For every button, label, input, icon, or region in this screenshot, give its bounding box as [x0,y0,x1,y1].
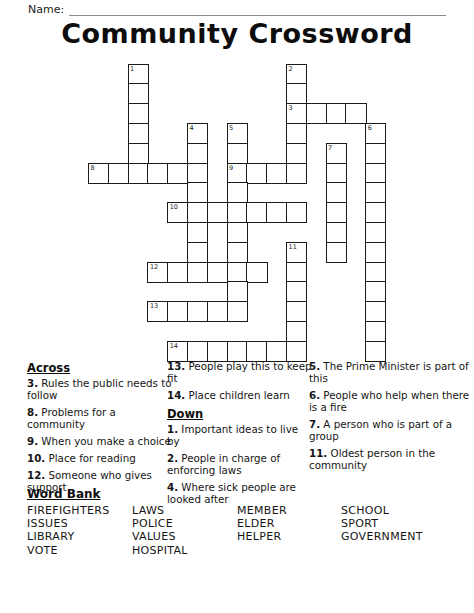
word-bank-word: ELDER [237,517,287,530]
grid-cell[interactable] [365,281,386,302]
grid-cell[interactable] [286,321,307,342]
grid-cell[interactable] [365,242,386,263]
cell-number: 3 [289,104,293,112]
clue-column: 5. The Prime Minister is part of this6. … [309,361,471,477]
clue: 2. People in charge of enforcing laws [167,453,313,477]
word-bank-word: ISSUES [27,517,109,530]
grid-cell[interactable] [227,262,248,283]
clue-number: 3. [27,377,38,389]
grid-cell[interactable]: 4 [187,123,208,144]
word-bank-word: VALUES [132,530,188,543]
clue-number: 7. [309,418,320,430]
clue: 1. Important ideas to live by [167,424,313,448]
grid-cell[interactable]: 3 [286,103,307,124]
grid-cell[interactable] [128,163,149,184]
grid-cell[interactable] [365,143,386,164]
grid-cell[interactable] [286,202,307,223]
grid-cell[interactable] [128,83,149,104]
clue-number: 5. [309,360,320,372]
grid-cell[interactable]: 5 [227,123,248,144]
grid-cell[interactable] [286,123,307,144]
grid-cell[interactable] [326,222,347,243]
grid-cell[interactable] [266,341,287,362]
grid-cell[interactable] [207,341,228,362]
word-bank-column: FIREFIGHTERSISSUESLIBRARYVOTE [27,504,109,557]
grid-cell[interactable] [187,163,208,184]
clue-number: 9. [27,435,38,447]
clue-number: 2. [167,452,178,464]
grid-cell[interactable] [167,301,188,322]
clue: 14. Place children learn [167,390,313,402]
cell-number: 14 [170,342,178,350]
grid-cell[interactable]: 13 [147,301,168,322]
grid-cell[interactable]: 11 [286,242,307,263]
clue: 13. People play this to keep fit [167,361,313,385]
cell-number: 2 [289,65,293,73]
grid-cell[interactable] [187,202,208,223]
grid-cell[interactable] [286,341,307,362]
clue-number: 13. [167,360,185,372]
grid-cell[interactable] [128,123,149,144]
grid-cell[interactable] [365,262,386,283]
grid-cell[interactable]: 10 [167,202,188,223]
word-bank-word: HOSPITAL [132,544,188,557]
clue-number: 1. [167,423,178,435]
grid-cell[interactable] [227,301,248,322]
grid-cell[interactable] [266,202,287,223]
grid-cell[interactable]: 12 [147,262,168,283]
cell-number: 9 [229,164,233,172]
clue-number: 11. [309,447,327,459]
clue: 6. People who help when there is a fire [309,390,471,414]
word-bank-word: SPORT [341,517,423,530]
clue-number: 6. [309,389,320,401]
grid-cell[interactable] [306,103,327,124]
grid-cell[interactable] [207,202,228,223]
grid-cell[interactable] [365,222,386,243]
clue: 9. When you make a choice [27,436,173,448]
grid-cell[interactable] [187,182,208,203]
grid-cell[interactable]: 7 [326,143,347,164]
worksheet-page: Name: Community Crossword 12345678910111… [0,0,474,613]
grid-cell[interactable] [246,202,267,223]
grid-cell[interactable] [365,321,386,342]
word-bank-word: VOTE [27,544,109,557]
clue-number: 10. [27,452,45,464]
word-bank-word: FIREFIGHTERS [27,504,109,517]
grid-cell[interactable] [187,143,208,164]
grid-cell[interactable] [147,163,168,184]
cell-number: 6 [368,124,372,132]
grid-cell[interactable] [108,163,129,184]
grid-cell[interactable] [326,182,347,203]
cell-number: 8 [91,164,95,172]
grid-cell[interactable] [187,341,208,362]
clue-number: 8. [27,406,38,418]
grid-cell[interactable] [187,242,208,263]
word-bank-word: HELPER [237,530,287,543]
clue: 11. Oldest person in the community [309,448,471,472]
grid-cell[interactable] [365,301,386,322]
cell-number: 10 [170,203,178,211]
word-bank-word: POLICE [132,517,188,530]
grid-cell[interactable] [187,301,208,322]
grid-cell[interactable] [246,262,267,283]
grid-cell[interactable] [326,103,347,124]
grid-cell[interactable] [365,182,386,203]
grid-cell[interactable] [227,202,248,223]
grid-cell[interactable] [167,163,188,184]
grid-cell[interactable] [286,83,307,104]
word-bank-word: LAWS [132,504,188,517]
grid-cell[interactable] [286,163,307,184]
word-bank-column: SCHOOLSPORTGOVERNMENT [341,504,423,544]
grid-cell[interactable] [187,262,208,283]
grid-cell[interactable] [227,143,248,164]
grid-cell[interactable] [128,103,149,124]
grid-cell[interactable] [227,182,248,203]
grid-cell[interactable]: 14 [167,341,188,362]
word-bank-column: MEMBERELDERHELPER [237,504,287,544]
cell-number: 13 [150,302,158,310]
grid-cell[interactable] [246,163,267,184]
grid-cell[interactable] [128,143,149,164]
word-bank-heading: Word Bank [27,487,467,501]
grid-cell[interactable] [187,222,208,243]
across-heading: Across [27,361,173,375]
cell-number: 5 [229,124,233,132]
word-bank-word: LIBRARY [27,530,109,543]
grid-cell[interactable] [326,242,347,263]
cell-number: 1 [130,65,134,73]
grid-cell[interactable] [286,301,307,322]
clue: 8. Problems for a community [27,407,173,431]
grid-cell[interactable]: 2 [286,64,307,85]
cell-number: 4 [190,124,194,132]
grid-cell[interactable] [167,262,188,283]
grid-cell[interactable] [365,341,386,362]
grid-cell[interactable] [286,281,307,302]
word-bank-word: SCHOOL [341,504,423,517]
cell-number: 7 [328,144,332,152]
grid-cell[interactable] [227,242,248,263]
grid-cell[interactable] [227,341,248,362]
word-bank-word: GOVERNMENT [341,530,423,543]
grid-cell[interactable] [345,103,366,124]
grid-cell[interactable] [326,202,347,223]
grid-cell[interactable]: 6 [365,123,386,144]
clue: 5. The Prime Minister is part of this [309,361,471,385]
grid-cell[interactable] [286,262,307,283]
clue: 7. A person who is part of a group [309,419,471,443]
grid-cell[interactable] [207,301,228,322]
grid-cell[interactable] [227,281,248,302]
grid-cell[interactable] [365,163,386,184]
grid-cell[interactable] [326,163,347,184]
clue-number: 12. [27,469,45,481]
cell-number: 12 [150,263,158,271]
grid-cell[interactable] [246,341,267,362]
clue: 10. Place for reading [27,453,173,465]
grid-cell[interactable]: 8 [88,163,109,184]
grid-cell[interactable] [286,143,307,164]
clue-column: Across3. Rules the public needs to follo… [27,361,173,499]
grid-cell[interactable] [227,222,248,243]
clue-number: 14. [167,389,185,401]
clue: 3. Rules the public needs to follow [27,378,173,402]
grid-cell[interactable] [207,262,228,283]
grid-cell[interactable] [365,202,386,223]
word-bank-column: LAWSPOLICEVALUESHOSPITAL [132,504,188,557]
grid-cell[interactable]: 1 [128,64,149,85]
grid-cell[interactable]: 9 [227,163,248,184]
cell-number: 11 [289,243,297,251]
word-bank: Word Bank FIREFIGHTERSISSUESLIBRARYVOTEL… [27,487,467,505]
word-bank-word: MEMBER [237,504,287,517]
grid-cell[interactable] [266,163,287,184]
down-heading: Down [167,407,313,421]
